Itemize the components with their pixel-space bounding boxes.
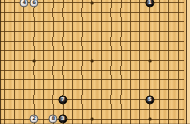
star-point	[90, 60, 93, 63]
intersection[interactable]	[135, 27, 145, 37]
intersection[interactable]	[97, 104, 107, 114]
intersection[interactable]	[87, 75, 97, 85]
intersection[interactable]	[174, 95, 184, 105]
intersection[interactable]	[10, 85, 20, 95]
intersection[interactable]	[87, 37, 97, 47]
intersection[interactable]	[77, 17, 87, 27]
intersection[interactable]	[116, 46, 126, 56]
intersection[interactable]	[48, 37, 58, 47]
intersection[interactable]	[77, 104, 87, 114]
intersection[interactable]	[155, 66, 165, 76]
go-board-screenshot: 46175283	[0, 0, 190, 124]
intersection[interactable]	[77, 95, 87, 105]
intersection[interactable]	[174, 27, 184, 37]
intersection[interactable]	[39, 17, 49, 27]
intersection[interactable]	[97, 66, 107, 76]
intersection[interactable]	[77, 46, 87, 56]
intersection[interactable]	[19, 46, 29, 56]
intersection[interactable]	[126, 85, 136, 95]
intersection[interactable]	[97, 17, 107, 27]
intersection[interactable]	[145, 27, 155, 37]
intersection[interactable]	[68, 66, 78, 76]
intersection[interactable]	[0, 104, 10, 114]
intersection[interactable]	[68, 37, 78, 47]
intersection[interactable]	[126, 75, 136, 85]
intersection[interactable]	[87, 104, 97, 114]
intersection[interactable]	[29, 46, 39, 56]
intersection[interactable]	[155, 75, 165, 85]
intersection[interactable]	[68, 104, 78, 114]
intersection[interactable]	[155, 27, 165, 37]
intersection[interactable]	[135, 104, 145, 114]
intersection[interactable]	[106, 66, 116, 76]
intersection[interactable]	[0, 56, 10, 66]
black-stone: 3	[58, 114, 67, 123]
intersection[interactable]	[145, 8, 155, 18]
intersection[interactable]	[174, 37, 184, 47]
intersection[interactable]	[58, 37, 68, 47]
intersection[interactable]	[126, 66, 136, 76]
intersection[interactable]	[10, 37, 20, 47]
intersection[interactable]	[48, 56, 58, 66]
intersection[interactable]	[116, 56, 126, 66]
intersection[interactable]	[48, 46, 58, 56]
intersection[interactable]	[58, 46, 68, 56]
intersection[interactable]	[97, 95, 107, 105]
intersection[interactable]	[29, 66, 39, 76]
intersection[interactable]	[19, 66, 29, 76]
intersection[interactable]	[58, 56, 68, 66]
star-point	[90, 117, 93, 120]
intersection[interactable]	[29, 17, 39, 27]
intersection[interactable]	[135, 95, 145, 105]
intersection[interactable]	[58, 0, 68, 8]
intersection[interactable]	[77, 0, 87, 8]
intersection[interactable]	[87, 27, 97, 37]
intersection[interactable]	[126, 56, 136, 66]
intersection[interactable]	[19, 17, 29, 27]
intersection[interactable]	[126, 104, 136, 114]
intersection[interactable]	[29, 75, 39, 85]
intersection[interactable]	[174, 56, 184, 66]
intersection[interactable]	[39, 85, 49, 95]
board-margin-right	[187, 0, 190, 124]
intersection[interactable]	[145, 46, 155, 56]
intersection[interactable]	[106, 0, 116, 8]
white-stone: 6	[29, 0, 38, 8]
intersection[interactable]	[116, 66, 126, 76]
intersection[interactable]	[145, 75, 155, 85]
intersection[interactable]	[135, 37, 145, 47]
intersection[interactable]	[0, 27, 10, 37]
goban-grid: 46175283	[0, 0, 183, 124]
intersection[interactable]	[106, 27, 116, 37]
intersection[interactable]	[135, 8, 145, 18]
intersection[interactable]	[164, 104, 174, 114]
intersection[interactable]	[77, 75, 87, 85]
intersection[interactable]	[10, 17, 20, 27]
intersection[interactable]	[10, 104, 20, 114]
intersection[interactable]	[77, 27, 87, 37]
move-number: 6	[32, 0, 36, 5]
intersection[interactable]	[39, 27, 49, 37]
star-point	[148, 60, 151, 63]
intersection[interactable]	[0, 95, 10, 105]
intersection[interactable]	[135, 46, 145, 56]
intersection[interactable]	[0, 8, 10, 18]
intersection[interactable]	[164, 95, 174, 105]
intersection[interactable]	[164, 56, 174, 66]
move-number: 7	[61, 97, 65, 102]
intersection[interactable]	[106, 95, 116, 105]
intersection[interactable]	[174, 75, 184, 85]
intersection[interactable]	[174, 66, 184, 76]
intersection[interactable]	[164, 85, 174, 95]
intersection[interactable]	[39, 104, 49, 114]
intersection[interactable]	[116, 8, 126, 18]
intersection[interactable]	[97, 46, 107, 56]
intersection[interactable]	[116, 95, 126, 105]
intersection[interactable]	[39, 37, 49, 47]
intersection[interactable]	[87, 8, 97, 18]
intersection[interactable]	[126, 8, 136, 18]
intersection[interactable]	[10, 56, 20, 66]
intersection[interactable]	[58, 85, 68, 95]
move-number: 5	[148, 97, 152, 102]
intersection[interactable]	[97, 85, 107, 95]
intersection[interactable]	[19, 8, 29, 18]
star-point	[90, 2, 93, 5]
intersection[interactable]	[0, 75, 10, 85]
intersection[interactable]	[155, 8, 165, 18]
intersection[interactable]	[58, 27, 68, 37]
intersection[interactable]	[97, 8, 107, 18]
intersection[interactable]	[29, 8, 39, 18]
intersection[interactable]	[87, 95, 97, 105]
intersection[interactable]	[106, 17, 116, 27]
intersection[interactable]	[0, 46, 10, 56]
intersection[interactable]	[97, 0, 107, 8]
move-number: 8	[51, 116, 55, 121]
intersection[interactable]	[29, 37, 39, 47]
intersection[interactable]	[39, 8, 49, 18]
intersection[interactable]	[97, 27, 107, 37]
intersection[interactable]	[58, 17, 68, 27]
intersection[interactable]	[48, 95, 58, 105]
intersection[interactable]	[174, 0, 184, 8]
intersection[interactable]	[0, 66, 10, 76]
intersection[interactable]	[126, 27, 136, 37]
intersection[interactable]	[29, 27, 39, 37]
white-stone: 2	[29, 114, 38, 123]
intersection[interactable]	[10, 8, 20, 18]
intersection[interactable]	[39, 56, 49, 66]
black-stone: 1	[145, 0, 154, 8]
intersection[interactable]	[145, 104, 155, 114]
intersection[interactable]	[106, 37, 116, 47]
intersection[interactable]	[58, 66, 68, 76]
intersection[interactable]	[10, 0, 20, 8]
move-number: 2	[32, 116, 36, 121]
intersection[interactable]	[10, 66, 20, 76]
intersection[interactable]	[116, 85, 126, 95]
intersection[interactable]	[106, 56, 116, 66]
intersection[interactable]	[126, 95, 136, 105]
star-point	[33, 60, 36, 63]
intersection[interactable]	[164, 75, 174, 85]
intersection[interactable]	[174, 46, 184, 56]
intersection[interactable]	[48, 85, 58, 95]
intersection[interactable]	[135, 0, 145, 8]
intersection[interactable]	[174, 85, 184, 95]
intersection[interactable]	[77, 37, 87, 47]
intersection[interactable]	[145, 85, 155, 95]
intersection[interactable]	[29, 56, 39, 66]
intersection[interactable]	[106, 8, 116, 18]
intersection[interactable]	[19, 37, 29, 47]
intersection[interactable]	[48, 104, 58, 114]
intersection[interactable]	[164, 17, 174, 27]
star-point	[148, 117, 151, 120]
white-stone: 4	[20, 0, 29, 8]
intersection[interactable]	[174, 104, 184, 114]
intersection[interactable]	[164, 46, 174, 56]
intersection[interactable]	[87, 85, 97, 95]
move-number: 3	[61, 116, 65, 121]
intersection[interactable]	[68, 0, 78, 8]
intersection[interactable]: 5	[145, 95, 155, 105]
intersection[interactable]	[87, 66, 97, 76]
board-edge-left	[0, 0, 1, 124]
intersection[interactable]	[39, 95, 49, 105]
white-stone: 8	[49, 114, 58, 123]
intersection[interactable]	[155, 85, 165, 95]
intersection[interactable]	[155, 46, 165, 56]
intersection[interactable]	[164, 8, 174, 18]
intersection[interactable]: 6	[29, 0, 39, 8]
intersection[interactable]	[126, 17, 136, 27]
black-stone: 7	[58, 95, 67, 104]
intersection[interactable]	[126, 46, 136, 56]
intersection[interactable]	[145, 56, 155, 66]
intersection[interactable]	[68, 95, 78, 105]
intersection[interactable]	[174, 8, 184, 18]
black-stone: 5	[145, 95, 154, 104]
intersection[interactable]	[106, 85, 116, 95]
intersection[interactable]	[10, 95, 20, 105]
intersection[interactable]	[19, 95, 29, 105]
intersection[interactable]	[97, 37, 107, 47]
intersection[interactable]	[0, 37, 10, 47]
intersection[interactable]	[145, 17, 155, 27]
intersection[interactable]	[68, 85, 78, 95]
intersection[interactable]	[58, 75, 68, 85]
intersection[interactable]	[126, 37, 136, 47]
intersection[interactable]	[77, 56, 87, 66]
intersection[interactable]	[68, 75, 78, 85]
intersection[interactable]	[10, 75, 20, 85]
intersection[interactable]	[116, 75, 126, 85]
intersection[interactable]	[19, 56, 29, 66]
intersection[interactable]	[77, 66, 87, 76]
intersection[interactable]	[145, 37, 155, 47]
intersection[interactable]	[97, 56, 107, 66]
intersection[interactable]	[174, 17, 184, 27]
intersection[interactable]	[155, 37, 165, 47]
intersection[interactable]	[0, 85, 10, 95]
intersection[interactable]	[164, 27, 174, 37]
intersection[interactable]	[135, 75, 145, 85]
intersection[interactable]	[77, 85, 87, 95]
intersection[interactable]	[39, 46, 49, 56]
intersection[interactable]	[48, 27, 58, 37]
intersection[interactable]: 1	[145, 0, 155, 8]
intersection[interactable]	[48, 8, 58, 18]
intersection[interactable]	[29, 95, 39, 105]
intersection[interactable]	[116, 37, 126, 47]
intersection[interactable]	[48, 75, 58, 85]
intersection[interactable]: 4	[19, 0, 29, 8]
intersection[interactable]	[0, 17, 10, 27]
intersection[interactable]	[68, 27, 78, 37]
intersection[interactable]	[87, 0, 97, 8]
intersection[interactable]	[106, 46, 116, 56]
intersection[interactable]	[155, 0, 165, 8]
intersection[interactable]	[68, 56, 78, 66]
intersection[interactable]	[48, 66, 58, 76]
intersection[interactable]	[155, 95, 165, 105]
intersection[interactable]	[116, 27, 126, 37]
intersection[interactable]	[164, 0, 174, 8]
intersection[interactable]	[87, 17, 97, 27]
intersection[interactable]	[29, 85, 39, 95]
intersection[interactable]	[87, 46, 97, 56]
move-number: 4	[22, 0, 26, 5]
intersection[interactable]	[145, 66, 155, 76]
intersection[interactable]	[164, 37, 174, 47]
intersection[interactable]	[155, 17, 165, 27]
intersection[interactable]	[48, 17, 58, 27]
intersection[interactable]	[77, 8, 87, 18]
intersection[interactable]	[155, 104, 165, 114]
intersection[interactable]	[19, 104, 29, 114]
intersection[interactable]	[135, 56, 145, 66]
intersection[interactable]	[87, 56, 97, 66]
intersection[interactable]	[39, 75, 49, 85]
intersection[interactable]	[97, 75, 107, 85]
intersection[interactable]	[68, 8, 78, 18]
intersection[interactable]	[164, 66, 174, 76]
board-edge-bottom	[0, 123, 190, 124]
intersection[interactable]	[39, 66, 49, 76]
intersection[interactable]	[116, 0, 126, 8]
intersection[interactable]	[29, 104, 39, 114]
intersection[interactable]	[126, 0, 136, 8]
intersection[interactable]	[19, 27, 29, 37]
intersection[interactable]	[135, 17, 145, 27]
intersection[interactable]	[106, 75, 116, 85]
intersection[interactable]	[39, 0, 49, 8]
intersection[interactable]	[116, 17, 126, 27]
intersection[interactable]: 7	[58, 95, 68, 105]
intersection[interactable]	[58, 104, 68, 114]
intersection[interactable]	[68, 46, 78, 56]
intersection[interactable]	[135, 85, 145, 95]
intersection[interactable]	[155, 56, 165, 66]
intersection[interactable]	[106, 104, 116, 114]
intersection[interactable]	[116, 104, 126, 114]
intersection[interactable]	[19, 75, 29, 85]
intersection[interactable]	[48, 0, 58, 8]
intersection[interactable]	[68, 17, 78, 27]
intersection[interactable]	[135, 66, 145, 76]
intersection[interactable]	[10, 27, 20, 37]
intersection[interactable]	[58, 8, 68, 18]
intersection[interactable]	[10, 46, 20, 56]
intersection[interactable]	[0, 0, 10, 8]
move-number: 1	[148, 0, 152, 5]
intersection[interactable]	[19, 85, 29, 95]
